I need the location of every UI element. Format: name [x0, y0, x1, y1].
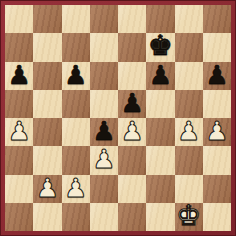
- square-e7[interactable]: [118, 33, 146, 61]
- square-b2[interactable]: ♟: [33, 175, 61, 203]
- board-frame: ♚♟♟♟♟♟♟♟♟♟♟♟♟♟♚: [0, 0, 236, 236]
- black-king[interactable]: ♚: [148, 33, 173, 60]
- square-d4[interactable]: ♟: [90, 118, 118, 146]
- square-c5[interactable]: [62, 90, 90, 118]
- square-f5[interactable]: [146, 90, 174, 118]
- square-a7[interactable]: [5, 33, 33, 61]
- square-b8[interactable]: [33, 5, 61, 33]
- square-b6[interactable]: [33, 62, 61, 90]
- square-d3[interactable]: ♟: [90, 146, 118, 174]
- black-pawn[interactable]: ♟: [7, 62, 30, 88]
- square-e6[interactable]: [118, 62, 146, 90]
- chess-board: ♚♟♟♟♟♟♟♟♟♟♟♟♟♟♚: [5, 5, 231, 231]
- square-h7[interactable]: [203, 33, 231, 61]
- square-a5[interactable]: [5, 90, 33, 118]
- square-g3[interactable]: [175, 146, 203, 174]
- square-e4[interactable]: ♟: [118, 118, 146, 146]
- square-e5[interactable]: ♟: [118, 90, 146, 118]
- white-pawn[interactable]: ♟: [7, 118, 30, 144]
- square-h2[interactable]: [203, 175, 231, 203]
- square-c3[interactable]: [62, 146, 90, 174]
- square-a6[interactable]: ♟: [5, 62, 33, 90]
- square-d7[interactable]: [90, 33, 118, 61]
- square-h1[interactable]: [203, 203, 231, 231]
- black-pawn[interactable]: ♟: [92, 118, 115, 144]
- square-d1[interactable]: [90, 203, 118, 231]
- square-a1[interactable]: [5, 203, 33, 231]
- square-b7[interactable]: [33, 33, 61, 61]
- square-b4[interactable]: [33, 118, 61, 146]
- square-g8[interactable]: [175, 5, 203, 33]
- square-a8[interactable]: [5, 5, 33, 33]
- square-a2[interactable]: [5, 175, 33, 203]
- square-h8[interactable]: [203, 5, 231, 33]
- square-g7[interactable]: [175, 33, 203, 61]
- square-c2[interactable]: ♟: [62, 175, 90, 203]
- square-e1[interactable]: [118, 203, 146, 231]
- black-pawn[interactable]: ♟: [64, 62, 87, 88]
- square-c7[interactable]: [62, 33, 90, 61]
- square-c4[interactable]: [62, 118, 90, 146]
- black-pawn[interactable]: ♟: [149, 62, 172, 88]
- square-g6[interactable]: [175, 62, 203, 90]
- square-e8[interactable]: [118, 5, 146, 33]
- white-pawn[interactable]: ♟: [36, 175, 59, 201]
- square-d5[interactable]: [90, 90, 118, 118]
- square-e2[interactable]: [118, 175, 146, 203]
- square-b5[interactable]: [33, 90, 61, 118]
- square-e3[interactable]: [118, 146, 146, 174]
- square-d6[interactable]: [90, 62, 118, 90]
- square-a4[interactable]: ♟: [5, 118, 33, 146]
- square-d2[interactable]: [90, 175, 118, 203]
- square-h3[interactable]: [203, 146, 231, 174]
- square-g1[interactable]: ♚: [175, 203, 203, 231]
- square-f3[interactable]: [146, 146, 174, 174]
- white-king[interactable]: ♚: [176, 203, 201, 230]
- square-g4[interactable]: ♟: [175, 118, 203, 146]
- square-f2[interactable]: [146, 175, 174, 203]
- square-h5[interactable]: [203, 90, 231, 118]
- square-f4[interactable]: [146, 118, 174, 146]
- black-pawn[interactable]: ♟: [120, 90, 143, 116]
- square-c6[interactable]: ♟: [62, 62, 90, 90]
- square-f8[interactable]: [146, 5, 174, 33]
- square-c1[interactable]: [62, 203, 90, 231]
- square-g5[interactable]: [175, 90, 203, 118]
- white-pawn[interactable]: ♟: [64, 175, 87, 201]
- square-f7[interactable]: ♚: [146, 33, 174, 61]
- square-b1[interactable]: [33, 203, 61, 231]
- white-pawn[interactable]: ♟: [120, 118, 143, 144]
- square-f6[interactable]: ♟: [146, 62, 174, 90]
- white-pawn[interactable]: ♟: [92, 146, 115, 172]
- black-pawn[interactable]: ♟: [205, 62, 228, 88]
- square-d8[interactable]: [90, 5, 118, 33]
- square-g2[interactable]: [175, 175, 203, 203]
- square-a3[interactable]: [5, 146, 33, 174]
- square-h4[interactable]: ♟: [203, 118, 231, 146]
- white-pawn[interactable]: ♟: [205, 118, 228, 144]
- white-pawn[interactable]: ♟: [177, 118, 200, 144]
- square-b3[interactable]: [33, 146, 61, 174]
- square-f1[interactable]: [146, 203, 174, 231]
- square-c8[interactable]: [62, 5, 90, 33]
- square-h6[interactable]: ♟: [203, 62, 231, 90]
